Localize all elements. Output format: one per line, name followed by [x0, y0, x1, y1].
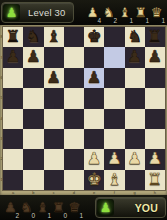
square-h7[interactable]: ♟ — [145, 47, 165, 67]
captured-white-rook: ♜1 — [133, 3, 148, 22]
square-e1[interactable]: ♚ — [84, 170, 104, 190]
captured-white-knight: ♞2 — [101, 3, 116, 22]
captured-white-queen: ♛1 — [149, 3, 164, 22]
square-b8[interactable]: ♞ — [23, 27, 43, 47]
square-d2[interactable] — [64, 149, 84, 169]
square-b6[interactable] — [23, 68, 43, 88]
square-f4[interactable] — [104, 109, 124, 129]
black-pawn: ♟ — [127, 49, 142, 66]
player-turn-indicator: ♟ — [97, 199, 114, 216]
file-label-g: g — [125, 190, 145, 195]
player-badge: ♟ YOU — [95, 197, 166, 218]
white-pawn: ♟ — [87, 151, 102, 168]
square-e2[interactable]: ♟ — [84, 149, 104, 169]
square-d8[interactable] — [64, 27, 84, 47]
square-g6[interactable] — [125, 68, 145, 88]
white-rook: ♜ — [147, 172, 162, 189]
square-d3[interactable] — [64, 129, 84, 149]
captured-black-pieces-tray: ♟2♞0♝1♜0♛1 — [1, 198, 82, 217]
file-label-a: a — [3, 190, 23, 195]
square-f6[interactable] — [104, 68, 124, 88]
white-pawn: ♟ — [147, 151, 162, 168]
square-c2[interactable] — [44, 149, 64, 169]
black-pawn: ♟ — [26, 49, 41, 66]
square-b2[interactable] — [23, 149, 43, 169]
square-d4[interactable] — [64, 109, 84, 129]
captured-white-pieces-tray: ♟4♞2♝1♜1♛1 — [85, 3, 166, 22]
captured-count: 1 — [79, 212, 83, 219]
captured-white-pawn: ♟4 — [85, 3, 100, 22]
square-a6[interactable] — [3, 68, 23, 88]
black-rook: ♜ — [6, 29, 21, 46]
square-h2[interactable]: ♟ — [145, 149, 165, 169]
file-label-b: b — [23, 190, 43, 195]
chess-app-screen: ♟ Level 30 ♟4♞2♝1♜1♛1 87654321 ♜♞♝♚♞♜♟♟♟… — [0, 0, 167, 220]
black-knight: ♞ — [26, 29, 41, 46]
engine-level-label: Level 30 — [21, 7, 73, 18]
square-g2[interactable]: ♟ — [125, 149, 145, 169]
captured-white-bishop: ♝1 — [117, 3, 132, 22]
captured-black-rook: ♜0 — [51, 198, 66, 217]
white-bishop: ♝ — [107, 172, 122, 189]
square-f8[interactable] — [104, 27, 124, 47]
captured-black-queen: ♛1 — [67, 198, 82, 217]
square-a5[interactable] — [3, 88, 23, 108]
square-g8[interactable]: ♞ — [125, 27, 145, 47]
square-f7[interactable] — [104, 47, 124, 67]
captured-count: 1 — [161, 17, 165, 24]
square-a8[interactable]: ♜ — [3, 27, 23, 47]
square-d5[interactable] — [64, 88, 84, 108]
black-pawn: ♟ — [6, 49, 21, 66]
square-h6[interactable] — [145, 68, 165, 88]
square-a1[interactable] — [3, 170, 23, 190]
black-pawn: ♟ — [46, 70, 61, 87]
black-rook: ♜ — [147, 29, 162, 46]
black-bishop: ♝ — [46, 29, 61, 46]
square-b7[interactable]: ♟ — [23, 47, 43, 67]
black-pawn: ♟ — [87, 70, 102, 87]
square-f5[interactable] — [104, 88, 124, 108]
square-e7[interactable] — [84, 47, 104, 67]
square-d7[interactable] — [64, 47, 84, 67]
captured-black-bishop: ♝1 — [35, 198, 50, 217]
black-king: ♚ — [87, 29, 102, 46]
square-b4[interactable] — [23, 109, 43, 129]
square-d1[interactable] — [64, 170, 84, 190]
file-label-c: c — [44, 190, 64, 195]
square-h5[interactable] — [145, 88, 165, 108]
square-b1[interactable] — [23, 170, 43, 190]
square-h8[interactable]: ♜ — [145, 27, 165, 47]
square-c3[interactable] — [44, 129, 64, 149]
file-label-f: f — [104, 190, 124, 195]
square-e5[interactable] — [84, 88, 104, 108]
square-a4[interactable] — [3, 109, 23, 129]
chess-board: ♜♞♝♚♞♜♟♟♟♟♟♟♟♟♟♟♚♝♜ — [3, 27, 165, 190]
square-f3[interactable] — [104, 129, 124, 149]
square-e6[interactable]: ♟ — [84, 68, 104, 88]
square-c1[interactable] — [44, 170, 64, 190]
black-pawn: ♟ — [147, 49, 162, 66]
engine-turn-indicator: ♟ — [3, 4, 20, 21]
engine-status-bar: ♟ Level 30 ♟4♞2♝1♜1♛1 — [0, 0, 167, 25]
square-d6[interactable] — [64, 68, 84, 88]
square-c7[interactable] — [44, 47, 64, 67]
square-g1[interactable] — [125, 170, 145, 190]
square-e3[interactable] — [84, 129, 104, 149]
captured-black-pawn: ♟2 — [3, 198, 18, 217]
file-label-h: h — [145, 190, 165, 195]
green-pawn-icon: ♟ — [6, 4, 18, 21]
square-g7[interactable]: ♟ — [125, 47, 145, 67]
square-c5[interactable] — [44, 88, 64, 108]
square-c6[interactable]: ♟ — [44, 68, 64, 88]
square-f2[interactable]: ♟ — [104, 149, 124, 169]
square-a7[interactable]: ♟ — [3, 47, 23, 67]
white-pawn: ♟ — [127, 151, 142, 168]
player-status-bar: ♟2♞0♝1♜0♛1 ♟ YOU — [0, 195, 167, 220]
square-e8[interactable]: ♚ — [84, 27, 104, 47]
chess-board-frame: 87654321 ♜♞♝♚♞♜♟♟♟♟♟♟♟♟♟♟♚♝♜ abcdefgh — [0, 25, 167, 195]
file-label-e: e — [84, 190, 104, 195]
player-label: YOU — [128, 202, 165, 214]
white-king: ♚ — [87, 172, 102, 189]
square-g3[interactable] — [125, 129, 145, 149]
square-c4[interactable] — [44, 109, 64, 129]
captured-black-knight: ♞0 — [19, 198, 34, 217]
file-labels: abcdefgh — [3, 190, 165, 195]
square-e4[interactable] — [84, 109, 104, 129]
square-b5[interactable] — [23, 88, 43, 108]
square-a2[interactable] — [3, 149, 23, 169]
green-pawn-icon: ♟ — [100, 199, 112, 216]
square-f1[interactable]: ♝ — [104, 170, 124, 190]
square-a3[interactable] — [3, 129, 23, 149]
square-b3[interactable] — [23, 129, 43, 149]
engine-level-badge: ♟ Level 30 — [1, 2, 74, 23]
black-knight: ♞ — [127, 29, 142, 46]
square-g5[interactable] — [125, 88, 145, 108]
square-h4[interactable] — [145, 109, 165, 129]
square-h1[interactable]: ♜ — [145, 170, 165, 190]
file-label-d: d — [64, 190, 84, 195]
square-c8[interactable]: ♝ — [44, 27, 64, 47]
square-g4[interactable] — [125, 109, 145, 129]
square-h3[interactable] — [145, 129, 165, 149]
white-pawn: ♟ — [107, 151, 122, 168]
